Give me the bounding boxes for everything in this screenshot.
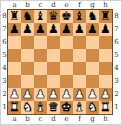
square-c5[interactable] <box>34 49 47 62</box>
piece-black-rook-h8[interactable]: ♜ <box>100 10 111 23</box>
piece-black-bishop-c8[interactable]: ♝ <box>35 10 46 23</box>
piece-white-pawn-h2[interactable]: ♟ <box>100 88 111 101</box>
file-label-top-d: d <box>47 1 60 10</box>
square-h4[interactable] <box>99 62 112 75</box>
file-label-bottom-a: a <box>8 114 21 124</box>
file-label-bottom-d: d <box>47 114 60 124</box>
square-a6[interactable] <box>8 36 21 49</box>
rank-label-left-2: 2 <box>1 88 8 101</box>
rank-label-right-7: 7 <box>112 23 121 36</box>
square-a8[interactable]: ♜ <box>8 10 21 23</box>
piece-white-pawn-e2[interactable]: ♟ <box>61 88 72 101</box>
file-label-top-c: c <box>34 1 47 10</box>
square-a7[interactable]: ♟ <box>8 23 21 36</box>
square-b2[interactable]: ♟ <box>21 88 34 101</box>
square-e6[interactable] <box>60 36 73 49</box>
rank-label-left-4: 4 <box>1 62 8 75</box>
piece-black-pawn-g7[interactable]: ♟ <box>87 23 98 36</box>
piece-white-knight-b1[interactable]: ♞ <box>22 101 33 114</box>
piece-black-pawn-b7[interactable]: ♟ <box>22 23 33 36</box>
square-c6[interactable] <box>34 36 47 49</box>
square-f5[interactable] <box>73 49 86 62</box>
square-f2[interactable]: ♟ <box>73 88 86 101</box>
square-b6[interactable] <box>21 36 34 49</box>
square-h5[interactable] <box>99 49 112 62</box>
square-d4[interactable] <box>47 62 60 75</box>
square-g4[interactable] <box>86 62 99 75</box>
file-label-top-f: f <box>73 1 86 10</box>
square-g6[interactable] <box>86 36 99 49</box>
piece-white-rook-a1[interactable]: ♜ <box>9 101 20 114</box>
square-c2[interactable]: ♟ <box>34 88 47 101</box>
square-h3[interactable] <box>99 75 112 88</box>
square-f4[interactable] <box>73 62 86 75</box>
square-b1[interactable]: ♞ <box>21 101 34 114</box>
file-label-bottom-g: g <box>86 114 99 124</box>
rank-label-left-6: 6 <box>1 36 8 49</box>
piece-black-bishop-f8[interactable]: ♝ <box>74 10 85 23</box>
piece-white-bishop-f1[interactable]: ♝ <box>74 101 85 114</box>
square-e2[interactable]: ♟ <box>60 88 73 101</box>
file-label-bottom-c: c <box>34 114 47 124</box>
square-d5[interactable] <box>47 49 60 62</box>
square-g3[interactable] <box>86 75 99 88</box>
rank-label-right-6: 6 <box>112 36 121 49</box>
piece-white-queen-d1[interactable]: ♛ <box>48 101 59 114</box>
piece-white-pawn-d2[interactable]: ♟ <box>48 88 59 101</box>
piece-white-knight-g1[interactable]: ♞ <box>87 101 98 114</box>
square-f8[interactable]: ♝ <box>73 10 86 23</box>
square-d7[interactable]: ♟ <box>47 23 60 36</box>
square-e8[interactable]: ♚ <box>60 10 73 23</box>
rank-label-left-5: 5 <box>1 49 8 62</box>
file-label-bottom-e: e <box>60 114 73 124</box>
square-g1[interactable]: ♞ <box>86 101 99 114</box>
square-c7[interactable]: ♟ <box>34 23 47 36</box>
square-e7[interactable]: ♟ <box>60 23 73 36</box>
piece-black-pawn-f7[interactable]: ♟ <box>74 23 85 36</box>
square-e4[interactable] <box>60 62 73 75</box>
square-d3[interactable] <box>47 75 60 88</box>
rank-label-right-4: 4 <box>112 62 121 75</box>
piece-black-pawn-e7[interactable]: ♟ <box>61 23 72 36</box>
piece-black-rook-a8[interactable]: ♜ <box>9 10 20 23</box>
piece-black-pawn-h7[interactable]: ♟ <box>100 23 111 36</box>
rank-label-right-1: 1 <box>112 101 121 114</box>
piece-black-pawn-d7[interactable]: ♟ <box>48 23 59 36</box>
piece-black-pawn-c7[interactable]: ♟ <box>35 23 46 36</box>
rank-label-right-8: 8 <box>112 10 121 23</box>
rank-label-right-5: 5 <box>112 49 121 62</box>
rank-label-left-1: 1 <box>1 101 8 114</box>
square-b7[interactable]: ♟ <box>21 23 34 36</box>
piece-black-queen-d8[interactable]: ♛ <box>48 10 59 23</box>
piece-black-knight-b8[interactable]: ♞ <box>22 10 33 23</box>
piece-white-pawn-a2[interactable]: ♟ <box>9 88 20 101</box>
square-e3[interactable] <box>60 75 73 88</box>
square-b8[interactable]: ♞ <box>21 10 34 23</box>
square-b5[interactable] <box>21 49 34 62</box>
square-g8[interactable]: ♞ <box>86 10 99 23</box>
square-a4[interactable] <box>8 62 21 75</box>
square-g7[interactable]: ♟ <box>86 23 99 36</box>
piece-white-rook-h1[interactable]: ♜ <box>100 101 111 114</box>
piece-white-bishop-c1[interactable]: ♝ <box>35 101 46 114</box>
square-h1[interactable]: ♜ <box>99 101 112 114</box>
file-label-top-a: a <box>8 1 21 10</box>
rank-label-left-8: 8 <box>1 10 8 23</box>
square-f1[interactable]: ♝ <box>73 101 86 114</box>
square-h6[interactable] <box>99 36 112 49</box>
square-c4[interactable] <box>34 62 47 75</box>
rank-label-left-7: 7 <box>1 23 8 36</box>
square-a5[interactable] <box>8 49 21 62</box>
square-d2[interactable]: ♟ <box>47 88 60 101</box>
square-c8[interactable]: ♝ <box>34 10 47 23</box>
square-d6[interactable] <box>47 36 60 49</box>
rank-label-left-3: 3 <box>1 75 8 88</box>
file-label-bottom-h: h <box>99 114 112 124</box>
chess-diagram: aabbccddeeffgghh8877665544332211♜♞♝♛♚♝♞♜… <box>0 0 122 125</box>
square-a2[interactable]: ♟ <box>8 88 21 101</box>
square-h7[interactable]: ♟ <box>99 23 112 36</box>
file-label-top-g: g <box>86 1 99 10</box>
square-g2[interactable]: ♟ <box>86 88 99 101</box>
square-a3[interactable] <box>8 75 21 88</box>
square-f6[interactable] <box>73 36 86 49</box>
piece-white-pawn-f2[interactable]: ♟ <box>74 88 85 101</box>
square-c3[interactable] <box>34 75 47 88</box>
file-label-top-h: h <box>99 1 112 10</box>
rank-label-right-2: 2 <box>112 88 121 101</box>
square-d1[interactable]: ♛ <box>47 101 60 114</box>
piece-white-king-e1[interactable]: ♚ <box>61 101 72 114</box>
square-a1[interactable]: ♜ <box>8 101 21 114</box>
square-d8[interactable]: ♛ <box>47 10 60 23</box>
square-b3[interactable] <box>21 75 34 88</box>
piece-white-pawn-g2[interactable]: ♟ <box>87 88 98 101</box>
piece-white-pawn-c2[interactable]: ♟ <box>35 88 46 101</box>
piece-black-knight-g8[interactable]: ♞ <box>87 10 98 23</box>
square-h2[interactable]: ♟ <box>99 88 112 101</box>
square-f3[interactable] <box>73 75 86 88</box>
square-e1[interactable]: ♚ <box>60 101 73 114</box>
square-e5[interactable] <box>60 49 73 62</box>
rank-label-right-3: 3 <box>112 75 121 88</box>
file-label-top-e: e <box>60 1 73 10</box>
file-label-bottom-f: f <box>73 114 86 124</box>
square-f7[interactable]: ♟ <box>73 23 86 36</box>
square-h8[interactable]: ♜ <box>99 10 112 23</box>
square-c1[interactable]: ♝ <box>34 101 47 114</box>
file-label-bottom-b: b <box>21 114 34 124</box>
square-g5[interactable] <box>86 49 99 62</box>
piece-black-king-e8[interactable]: ♚ <box>61 10 72 23</box>
file-label-top-b: b <box>21 1 34 10</box>
square-b4[interactable] <box>21 62 34 75</box>
piece-white-pawn-b2[interactable]: ♟ <box>22 88 33 101</box>
piece-black-pawn-a7[interactable]: ♟ <box>9 23 20 36</box>
